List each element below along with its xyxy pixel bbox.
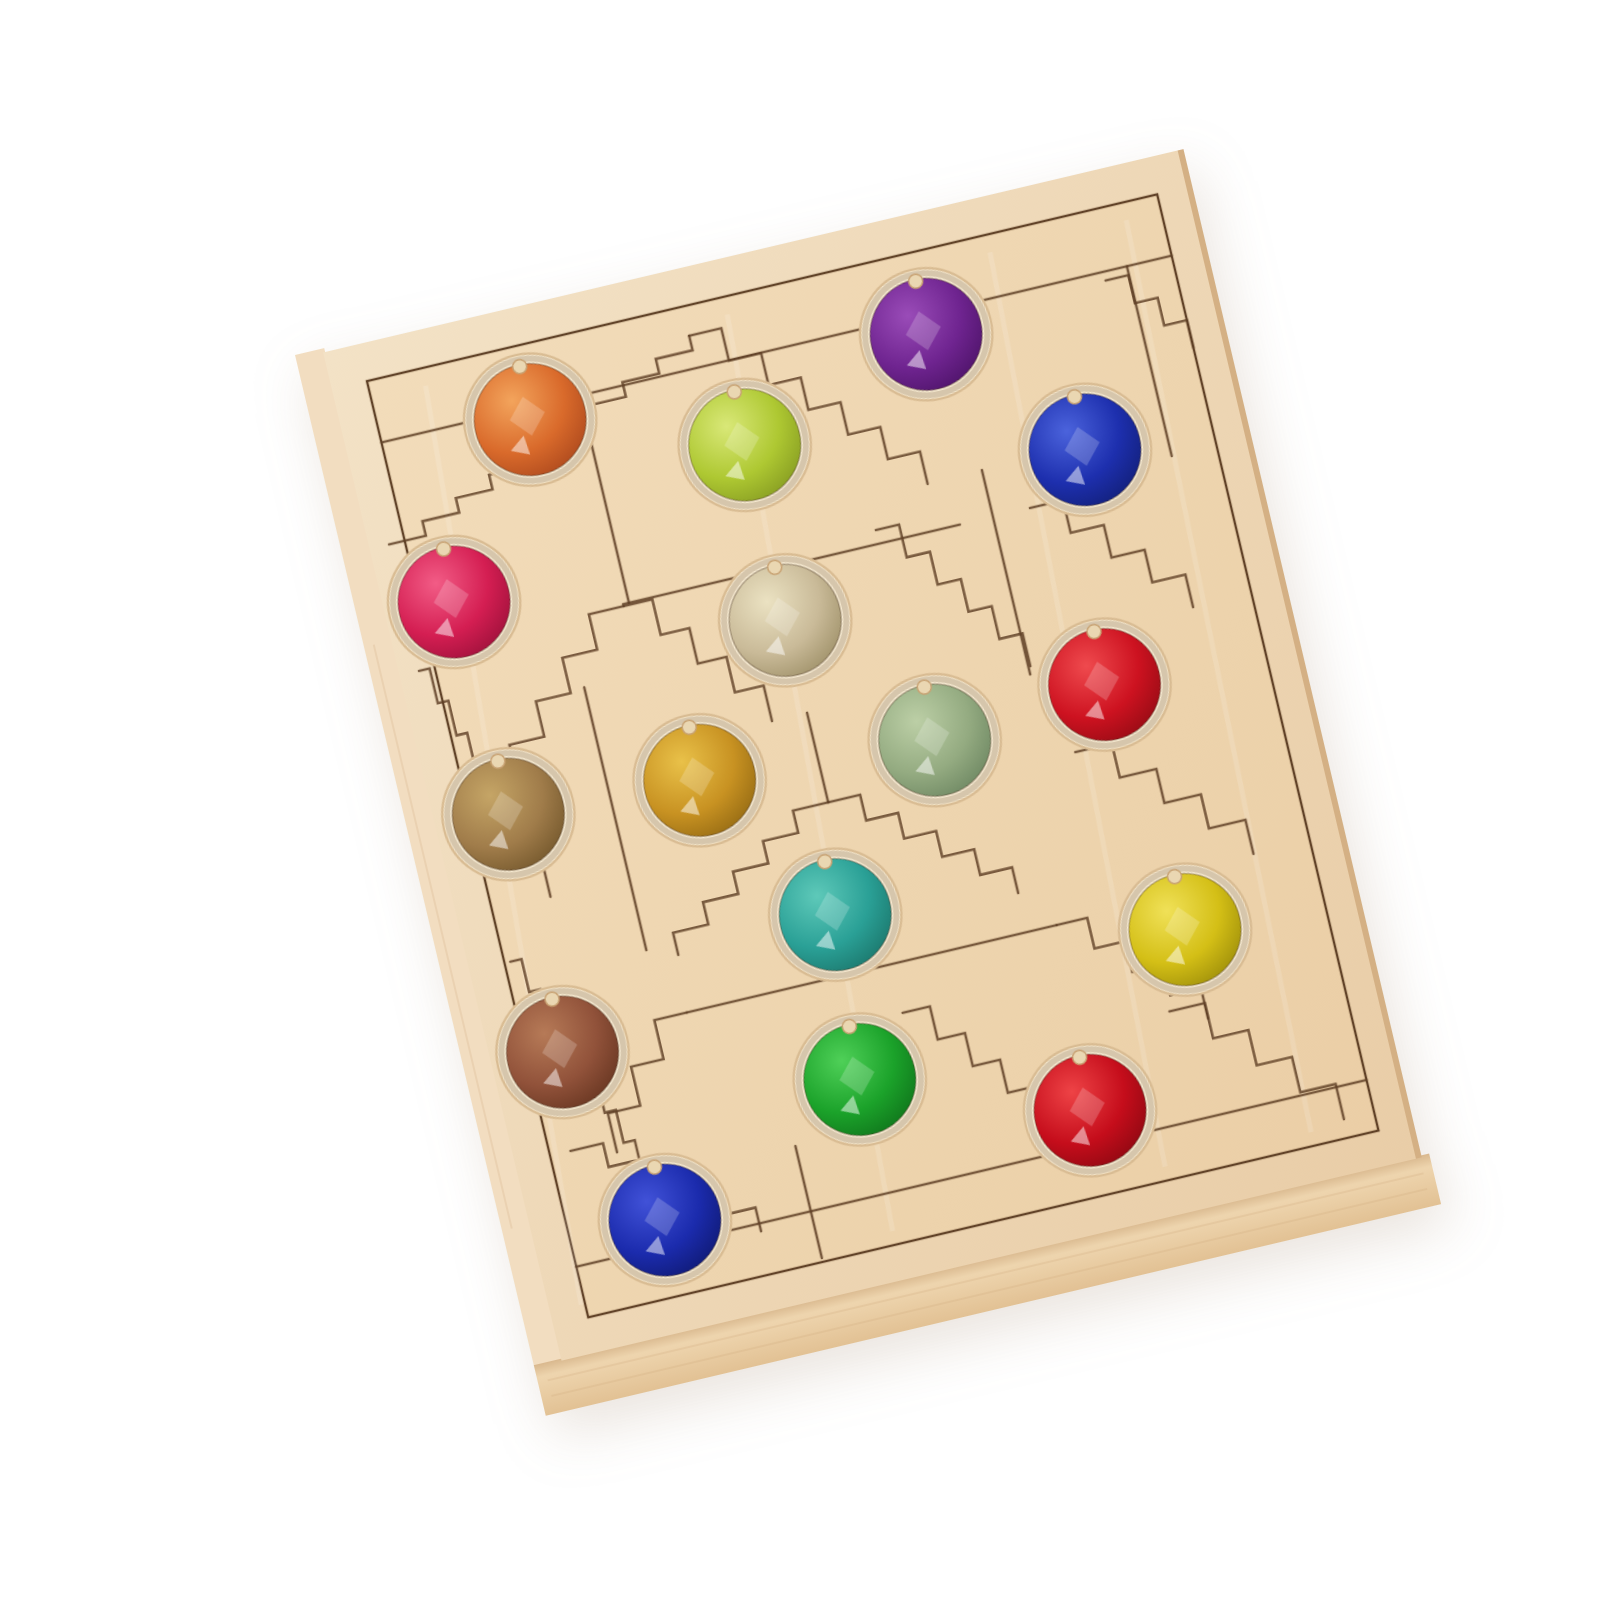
gem-board-svg bbox=[295, 143, 1441, 1415]
product-photo-scene bbox=[0, 0, 1600, 1600]
gem-board bbox=[295, 143, 1441, 1415]
